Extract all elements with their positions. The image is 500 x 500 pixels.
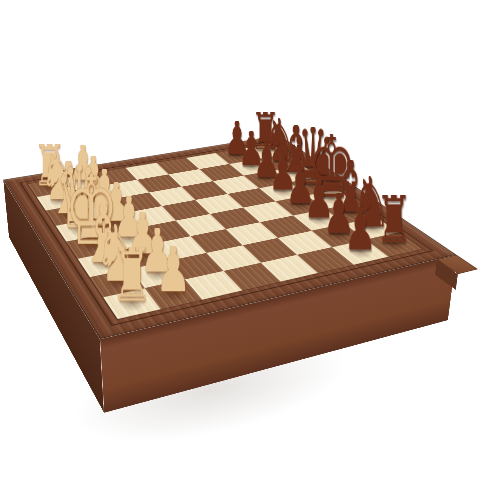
white-rook-h1: ♜ bbox=[87, 247, 177, 303]
chess-box: ♜♞♝♛♚♝♞♜♟♟♟♟♟♟♟♟♟♟♟♟♟♟♟♟♜♞♝♛♚♝♞♜ bbox=[3, 135, 456, 339]
black-pawn-h7: ♟ bbox=[319, 208, 400, 252]
scene: ♜♞♝♛♚♝♞♜♟♟♟♟♟♟♟♟♟♟♟♟♟♟♟♟♜♞♝♛♚♝♞♜ bbox=[0, 0, 500, 500]
product-photo-chess-set: ♜♞♝♛♚♝♞♜♟♟♟♟♟♟♟♟♟♟♟♟♟♟♟♟♜♞♝♛♚♝♞♜ bbox=[0, 0, 500, 500]
